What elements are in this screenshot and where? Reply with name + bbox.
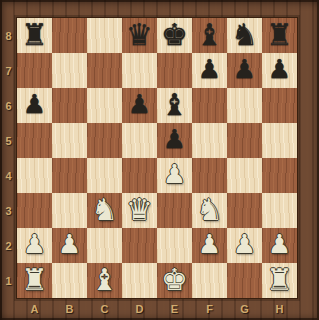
square-a8[interactable]: ♜	[17, 18, 52, 53]
square-b1[interactable]	[52, 263, 87, 298]
square-c4[interactable]	[87, 158, 122, 193]
piece-white-knight: ♞	[196, 193, 223, 227]
square-c2[interactable]	[87, 228, 122, 263]
square-e5[interactable]: ♟	[157, 123, 192, 158]
file-label-d: D	[122, 298, 157, 320]
piece-white-knight: ♞	[91, 193, 118, 227]
square-f2[interactable]: ♟	[192, 228, 227, 263]
square-a4[interactable]	[17, 158, 52, 193]
square-h6[interactable]	[262, 88, 297, 123]
square-h4[interactable]	[262, 158, 297, 193]
square-d8[interactable]: ♛	[122, 18, 157, 53]
square-f1[interactable]	[192, 263, 227, 298]
square-h2[interactable]: ♟	[262, 228, 297, 263]
piece-white-pawn: ♟	[268, 228, 291, 262]
piece-white-pawn: ♟	[198, 228, 221, 262]
square-g4[interactable]	[227, 158, 262, 193]
square-c3[interactable]: ♞	[87, 193, 122, 228]
piece-black-pawn: ♟	[198, 53, 221, 87]
piece-black-pawn: ♟	[163, 123, 186, 157]
piece-white-rook: ♜	[266, 263, 293, 297]
square-c5[interactable]	[87, 123, 122, 158]
square-a3[interactable]	[17, 193, 52, 228]
piece-white-king: ♚	[161, 263, 188, 297]
square-g6[interactable]	[227, 88, 262, 123]
square-d5[interactable]	[122, 123, 157, 158]
square-d1[interactable]	[122, 263, 157, 298]
square-h5[interactable]	[262, 123, 297, 158]
rank-label-7: 7	[0, 53, 17, 88]
rank-label-5: 5	[0, 123, 17, 158]
piece-white-pawn: ♟	[233, 228, 256, 262]
square-b4[interactable]	[52, 158, 87, 193]
square-h1[interactable]: ♜	[262, 263, 297, 298]
piece-black-pawn: ♟	[23, 88, 46, 122]
board[interactable]: ♜♛♚♝♞♜♟♟♟♟♟♝♟♟♞♛♞♟♟♟♟♟♜♝♚♜	[17, 18, 297, 298]
square-a2[interactable]: ♟	[17, 228, 52, 263]
rank-label-4: 4	[0, 158, 17, 193]
square-f8[interactable]: ♝	[192, 18, 227, 53]
square-g5[interactable]	[227, 123, 262, 158]
square-b2[interactable]: ♟	[52, 228, 87, 263]
piece-black-bishop: ♝	[196, 18, 223, 52]
square-f6[interactable]	[192, 88, 227, 123]
rank-labels: 87654321	[0, 18, 17, 298]
square-c8[interactable]	[87, 18, 122, 53]
square-e3[interactable]	[157, 193, 192, 228]
square-e7[interactable]	[157, 53, 192, 88]
square-b5[interactable]	[52, 123, 87, 158]
square-d4[interactable]	[122, 158, 157, 193]
square-f5[interactable]	[192, 123, 227, 158]
square-g1[interactable]	[227, 263, 262, 298]
piece-white-bishop: ♝	[91, 263, 118, 297]
square-a1[interactable]: ♜	[17, 263, 52, 298]
square-d2[interactable]	[122, 228, 157, 263]
square-c7[interactable]	[87, 53, 122, 88]
square-c6[interactable]	[87, 88, 122, 123]
rank-label-2: 2	[0, 228, 17, 263]
piece-black-rook: ♜	[21, 18, 48, 52]
square-f7[interactable]: ♟	[192, 53, 227, 88]
piece-white-pawn: ♟	[58, 228, 81, 262]
square-d6[interactable]: ♟	[122, 88, 157, 123]
square-e6[interactable]: ♝	[157, 88, 192, 123]
square-g8[interactable]: ♞	[227, 18, 262, 53]
file-labels: ABCDEFGH	[17, 298, 297, 320]
rank-label-8: 8	[0, 18, 17, 53]
file-label-h: H	[262, 298, 297, 320]
piece-white-rook: ♜	[21, 263, 48, 297]
file-label-e: E	[157, 298, 192, 320]
square-e4[interactable]: ♟	[157, 158, 192, 193]
rank-label-3: 3	[0, 193, 17, 228]
square-h7[interactable]: ♟	[262, 53, 297, 88]
piece-black-rook: ♜	[266, 18, 293, 52]
piece-white-queen: ♛	[126, 193, 153, 227]
square-b6[interactable]	[52, 88, 87, 123]
rank-label-1: 1	[0, 263, 17, 298]
piece-white-pawn: ♟	[163, 158, 186, 192]
square-a6[interactable]: ♟	[17, 88, 52, 123]
square-b3[interactable]	[52, 193, 87, 228]
square-d3[interactable]: ♛	[122, 193, 157, 228]
square-g3[interactable]	[227, 193, 262, 228]
chess-board-frame: 87654321 ♜♛♚♝♞♜♟♟♟♟♟♝♟♟♞♛♞♟♟♟♟♟♜♝♚♜ ABCD…	[0, 0, 319, 320]
square-f4[interactable]	[192, 158, 227, 193]
square-e1[interactable]: ♚	[157, 263, 192, 298]
piece-black-pawn: ♟	[128, 88, 151, 122]
file-label-a: A	[17, 298, 52, 320]
square-e2[interactable]	[157, 228, 192, 263]
piece-black-bishop: ♝	[161, 88, 188, 122]
piece-white-pawn: ♟	[23, 228, 46, 262]
file-label-g: G	[227, 298, 262, 320]
square-b8[interactable]	[52, 18, 87, 53]
square-g2[interactable]: ♟	[227, 228, 262, 263]
square-f3[interactable]: ♞	[192, 193, 227, 228]
rank-label-6: 6	[0, 88, 17, 123]
file-label-b: B	[52, 298, 87, 320]
square-g7[interactable]: ♟	[227, 53, 262, 88]
piece-black-queen: ♛	[126, 18, 153, 52]
piece-black-knight: ♞	[231, 18, 258, 52]
square-e8[interactable]: ♚	[157, 18, 192, 53]
file-label-c: C	[87, 298, 122, 320]
file-label-f: F	[192, 298, 227, 320]
piece-black-pawn: ♟	[268, 53, 291, 87]
square-h3[interactable]	[262, 193, 297, 228]
square-b7[interactable]	[52, 53, 87, 88]
square-c1[interactable]: ♝	[87, 263, 122, 298]
piece-black-king: ♚	[161, 18, 188, 52]
square-a7[interactable]	[17, 53, 52, 88]
piece-black-pawn: ♟	[233, 53, 256, 87]
square-a5[interactable]	[17, 123, 52, 158]
square-d7[interactable]	[122, 53, 157, 88]
square-h8[interactable]: ♜	[262, 18, 297, 53]
